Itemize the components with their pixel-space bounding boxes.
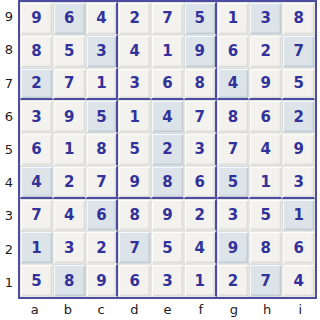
cell-f9[interactable]: 5 — [184, 2, 217, 35]
row-labels: 987654321 — [0, 0, 18, 299]
cell-h9[interactable]: 3 — [249, 2, 282, 35]
cell-f8[interactable]: 9 — [184, 35, 217, 68]
cell-b7[interactable]: 7 — [53, 68, 86, 101]
row-label-1: 1 — [0, 266, 18, 299]
cell-b1[interactable]: 8 — [53, 264, 86, 297]
cell-f6[interactable]: 7 — [184, 100, 217, 133]
cell-e5[interactable]: 2 — [151, 133, 184, 166]
cell-i5[interactable]: 9 — [282, 133, 315, 166]
col-label-c: c — [84, 299, 117, 320]
cell-i9[interactable]: 8 — [282, 2, 315, 35]
cell-c4[interactable]: 7 — [86, 166, 119, 199]
cell-d9[interactable]: 2 — [118, 2, 151, 35]
col-label-h: h — [251, 299, 284, 320]
row-label-6: 6 — [0, 100, 18, 133]
cell-g4[interactable]: 5 — [217, 166, 250, 199]
cell-a7[interactable]: 2 — [20, 68, 53, 101]
cell-a5[interactable]: 6 — [20, 133, 53, 166]
cell-h7[interactable]: 9 — [249, 68, 282, 101]
cell-a8[interactable]: 8 — [20, 35, 53, 68]
cell-b3[interactable]: 4 — [53, 199, 86, 232]
col-labels: abcdefghi — [18, 299, 317, 320]
cell-b5[interactable]: 1 — [53, 133, 86, 166]
cell-f1[interactable]: 1 — [184, 264, 217, 297]
cell-g8[interactable]: 6 — [217, 35, 250, 68]
cell-b4[interactable]: 2 — [53, 166, 86, 199]
cell-i7[interactable]: 5 — [282, 68, 315, 101]
col-label-e: e — [151, 299, 184, 320]
col-label-a: a — [18, 299, 51, 320]
cell-g9[interactable]: 1 — [217, 2, 250, 35]
cell-f2[interactable]: 4 — [184, 231, 217, 264]
cell-c1[interactable]: 9 — [86, 264, 119, 297]
sudoku-board: 9642751388534196272713684953951478626185… — [18, 0, 317, 299]
cell-h4[interactable]: 1 — [249, 166, 282, 199]
cell-a6[interactable]: 3 — [20, 100, 53, 133]
cell-b6[interactable]: 9 — [53, 100, 86, 133]
row-label-9: 9 — [0, 0, 18, 33]
col-label-b: b — [51, 299, 84, 320]
cell-h1[interactable]: 7 — [249, 264, 282, 297]
cell-e1[interactable]: 3 — [151, 264, 184, 297]
cell-d8[interactable]: 4 — [118, 35, 151, 68]
cell-d7[interactable]: 3 — [118, 68, 151, 101]
col-label-d: d — [118, 299, 151, 320]
row-label-2: 2 — [0, 233, 18, 266]
cell-i3[interactable]: 1 — [282, 199, 315, 232]
row-label-8: 8 — [0, 33, 18, 66]
cell-d2[interactable]: 7 — [118, 231, 151, 264]
cell-f4[interactable]: 6 — [184, 166, 217, 199]
cell-f5[interactable]: 3 — [184, 133, 217, 166]
cell-e3[interactable]: 9 — [151, 199, 184, 232]
cell-c8[interactable]: 3 — [86, 35, 119, 68]
cell-g6[interactable]: 8 — [217, 100, 250, 133]
row-label-5: 5 — [0, 133, 18, 166]
cell-g3[interactable]: 3 — [217, 199, 250, 232]
cell-e4[interactable]: 8 — [151, 166, 184, 199]
cell-f7[interactable]: 8 — [184, 68, 217, 101]
cell-h8[interactable]: 2 — [249, 35, 282, 68]
col-label-g: g — [217, 299, 250, 320]
cell-h3[interactable]: 5 — [249, 199, 282, 232]
cell-c2[interactable]: 2 — [86, 231, 119, 264]
cell-i2[interactable]: 6 — [282, 231, 315, 264]
col-label-f: f — [184, 299, 217, 320]
cell-a2[interactable]: 1 — [20, 231, 53, 264]
cell-e9[interactable]: 7 — [151, 2, 184, 35]
row-label-7: 7 — [0, 66, 18, 99]
cell-i6[interactable]: 2 — [282, 100, 315, 133]
cell-b8[interactable]: 5 — [53, 35, 86, 68]
cell-e7[interactable]: 6 — [151, 68, 184, 101]
row-label-3: 3 — [0, 199, 18, 232]
cell-c5[interactable]: 8 — [86, 133, 119, 166]
col-label-i: i — [284, 299, 317, 320]
cell-d4[interactable]: 9 — [118, 166, 151, 199]
cell-d6[interactable]: 1 — [118, 100, 151, 133]
cell-e6[interactable]: 4 — [151, 100, 184, 133]
cell-e8[interactable]: 1 — [151, 35, 184, 68]
cell-b9[interactable]: 6 — [53, 2, 86, 35]
cell-b2[interactable]: 3 — [53, 231, 86, 264]
cell-a4[interactable]: 4 — [20, 166, 53, 199]
cell-d1[interactable]: 6 — [118, 264, 151, 297]
cell-d3[interactable]: 8 — [118, 199, 151, 232]
cell-i4[interactable]: 3 — [282, 166, 315, 199]
cell-g7[interactable]: 4 — [217, 68, 250, 101]
cell-h6[interactable]: 6 — [249, 100, 282, 133]
cell-g5[interactable]: 7 — [217, 133, 250, 166]
cell-c3[interactable]: 6 — [86, 199, 119, 232]
cell-i8[interactable]: 7 — [282, 35, 315, 68]
cell-a1[interactable]: 5 — [20, 264, 53, 297]
cell-f3[interactable]: 2 — [184, 199, 217, 232]
cell-g1[interactable]: 2 — [217, 264, 250, 297]
cell-c6[interactable]: 5 — [86, 100, 119, 133]
cell-a9[interactable]: 9 — [20, 2, 53, 35]
cell-c7[interactable]: 1 — [86, 68, 119, 101]
cell-a3[interactable]: 7 — [20, 199, 53, 232]
cell-d5[interactable]: 5 — [118, 133, 151, 166]
cell-h2[interactable]: 8 — [249, 231, 282, 264]
cell-c9[interactable]: 4 — [86, 2, 119, 35]
cell-i1[interactable]: 4 — [282, 264, 315, 297]
cell-h5[interactable]: 4 — [249, 133, 282, 166]
row-label-4: 4 — [0, 166, 18, 199]
sudoku-app: 987654321 964275138853419627271368495395… — [0, 0, 320, 320]
cell-e2[interactable]: 5 — [151, 231, 184, 264]
cell-g2[interactable]: 9 — [217, 231, 250, 264]
